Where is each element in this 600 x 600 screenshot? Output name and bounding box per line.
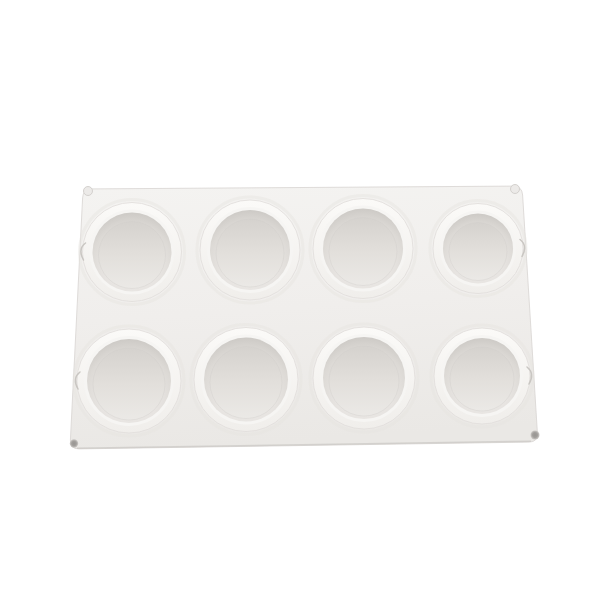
silicone-mold-image bbox=[0, 0, 600, 600]
corner-hole-top-right bbox=[511, 185, 520, 194]
corner-hole-bottom-left bbox=[70, 439, 78, 447]
cavity-floor bbox=[210, 347, 282, 419]
cavity-floor bbox=[329, 346, 399, 416]
mold-cavity-r1c3 bbox=[310, 196, 416, 302]
product-photo-stage bbox=[0, 0, 600, 600]
cavity-floor bbox=[216, 219, 284, 287]
cavity-floor bbox=[450, 347, 514, 411]
cavity-floor bbox=[93, 348, 165, 420]
mold-cavity-r1c1 bbox=[80, 200, 185, 305]
cavity-floor bbox=[99, 222, 166, 289]
mold-cavity-r2c4 bbox=[431, 325, 533, 427]
mold-cavity-r2c3 bbox=[310, 324, 418, 432]
mold-cavity-r1c4 bbox=[430, 201, 526, 297]
corner-hole-top-left bbox=[84, 187, 93, 196]
mold-cavity-r2c2 bbox=[191, 325, 301, 435]
mold-cavity-r1c2 bbox=[197, 197, 303, 303]
mold-cavity-r2c1 bbox=[74, 326, 184, 436]
cavity-floor bbox=[329, 218, 397, 286]
cavity-floor bbox=[449, 223, 507, 281]
corner-hole-bottom-right bbox=[531, 431, 540, 440]
mold-tray bbox=[70, 185, 540, 449]
